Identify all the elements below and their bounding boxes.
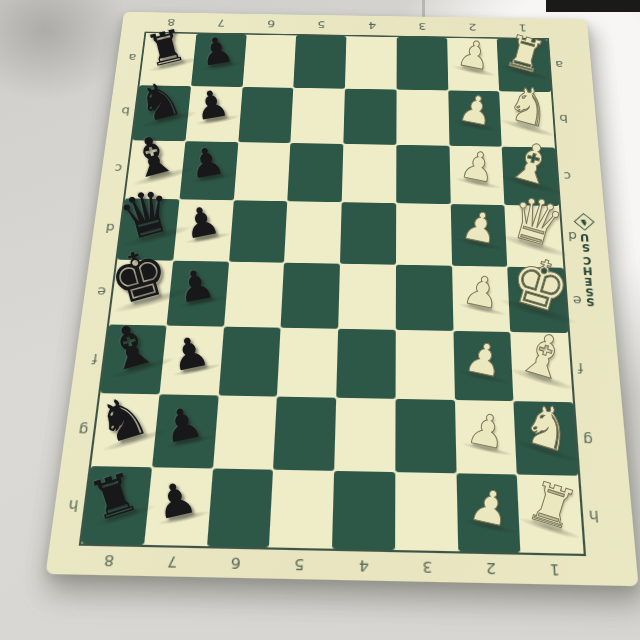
piece-white-pawn-e2[interactable]: ♟ [460,268,504,315]
piece-white-knight-g1[interactable]: ♞ [516,394,581,463]
pieces-layer: ♜♞♝♛♚♝♞♜♟♟♟♟♟♟♟♟♟♟♟♟♟♟♟♟♜♞♝♛♚♝♞♜ [0,0,640,640]
piece-black-pawn-e7[interactable]: ♟ [174,263,218,310]
piece-white-pawn-d2[interactable]: ♟ [459,205,502,251]
piece-black-pawn-b7[interactable]: ♟ [193,85,233,128]
piece-white-rook-h1[interactable]: ♜ [522,473,584,538]
piece-white-pawn-h2[interactable]: ♟ [465,482,514,534]
piece-black-pawn-g7[interactable]: ♟ [160,400,207,450]
piece-black-king-e8[interactable]: ♚ [102,238,176,316]
piece-black-pawn-f7[interactable]: ♟ [167,330,212,379]
piece-white-knight-b1[interactable]: ♞ [501,78,556,137]
piece-white-pawn-f2[interactable]: ♟ [462,335,508,384]
piece-black-bishop-f8[interactable]: ♝ [99,313,163,381]
piece-white-pawn-a2[interactable]: ♟ [454,35,493,77]
piece-white-bishop-f1[interactable]: ♝ [511,321,576,390]
piece-black-pawn-h7[interactable]: ♟ [152,475,201,527]
piece-black-knight-g8[interactable]: ♞ [90,385,154,453]
piece-black-pawn-c7[interactable]: ♟ [187,141,228,185]
piece-black-rook-a8[interactable]: ♜ [142,23,190,75]
piece-black-pawn-a7[interactable]: ♟ [198,31,236,72]
piece-white-rook-a1[interactable]: ♜ [501,28,550,81]
table-fabric: 87654321 87654321 abcdefgh ♞ USCHESS abc… [0,0,640,640]
piece-white-pawn-b2[interactable]: ♟ [456,89,496,132]
piece-black-rook-h8[interactable]: ♜ [83,464,145,529]
piece-white-pawn-g2[interactable]: ♟ [463,406,510,457]
piece-white-king-e1[interactable]: ♚ [502,245,577,324]
piece-white-pawn-c2[interactable]: ♟ [457,145,499,190]
piece-black-pawn-d7[interactable]: ♟ [181,200,223,245]
piece-black-knight-b8[interactable]: ♞ [133,72,187,130]
